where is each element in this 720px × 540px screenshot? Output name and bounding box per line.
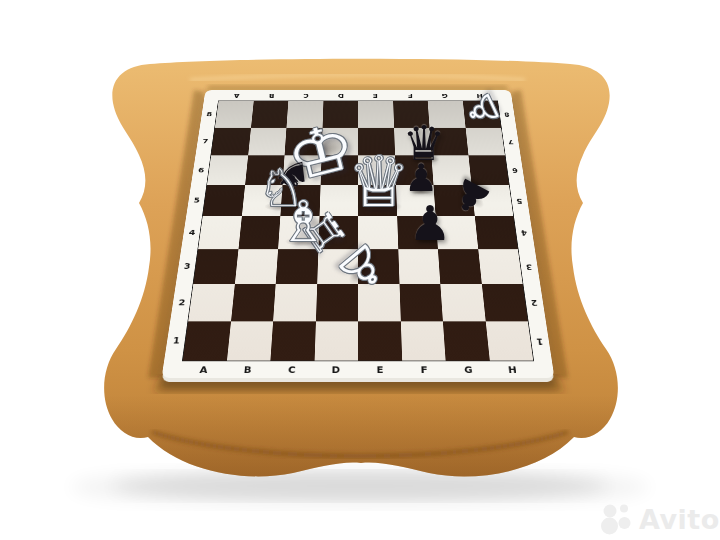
coord-label: C <box>288 90 323 101</box>
coord-label: C <box>269 361 314 379</box>
square-a5[interactable] <box>203 185 245 216</box>
piece-white-queen[interactable]: ♕ <box>344 147 414 217</box>
coord-label: G <box>446 361 492 379</box>
coord-label: H <box>489 361 535 379</box>
coord-label: A <box>180 361 226 379</box>
square-e8[interactable] <box>358 101 394 127</box>
coord-label: E <box>358 361 402 379</box>
coord-label: B <box>253 90 289 101</box>
square-a4[interactable] <box>198 216 241 249</box>
square-h2[interactable] <box>481 284 527 321</box>
coord-label: F <box>392 90 427 101</box>
square-b1[interactable] <box>227 321 274 361</box>
square-e1[interactable] <box>358 321 402 361</box>
coord-label: D <box>314 361 358 379</box>
square-g2[interactable] <box>440 284 485 321</box>
coord-label: B <box>225 361 271 379</box>
square-a6[interactable] <box>207 155 248 184</box>
square-f2[interactable] <box>399 284 443 321</box>
square-a3[interactable] <box>193 249 238 284</box>
square-b3[interactable] <box>235 249 279 284</box>
square-f1[interactable] <box>400 321 445 361</box>
square-a7[interactable] <box>211 127 251 155</box>
coord-label: A <box>219 90 255 101</box>
square-g3[interactable] <box>438 249 482 284</box>
square-b2[interactable] <box>231 284 276 321</box>
square-a8[interactable] <box>215 101 254 127</box>
square-a2[interactable] <box>188 284 234 321</box>
coord-label: D <box>323 90 358 101</box>
square-a1[interactable] <box>183 321 231 361</box>
coord-label: G <box>427 90 463 101</box>
board-grid <box>182 101 534 362</box>
watermark-text: Avito <box>639 504 720 535</box>
avito-watermark: Avito <box>600 501 720 537</box>
square-c1[interactable] <box>270 321 315 361</box>
square-d1[interactable] <box>314 321 358 361</box>
square-f3[interactable] <box>398 249 440 284</box>
square-g1[interactable] <box>443 321 490 361</box>
piece-black-pawn[interactable]: ♟ <box>406 199 454 247</box>
file-labels-top: ABCDEFGH <box>219 90 498 101</box>
coord-label: E <box>358 90 393 101</box>
square-h1[interactable] <box>485 321 533 361</box>
square-h3[interactable] <box>478 249 523 284</box>
piece-white-bishop[interactable]: ♗ <box>275 194 331 250</box>
product-photo-chess-set: ABCDEFGH ABCDEFGH 87654321 87654321 Avit… <box>0 0 720 540</box>
coord-label: F <box>402 361 447 379</box>
square-c2[interactable] <box>273 284 317 321</box>
avito-logo-icon <box>600 502 634 536</box>
file-labels-bottom: ABCDEFGH <box>180 361 535 379</box>
